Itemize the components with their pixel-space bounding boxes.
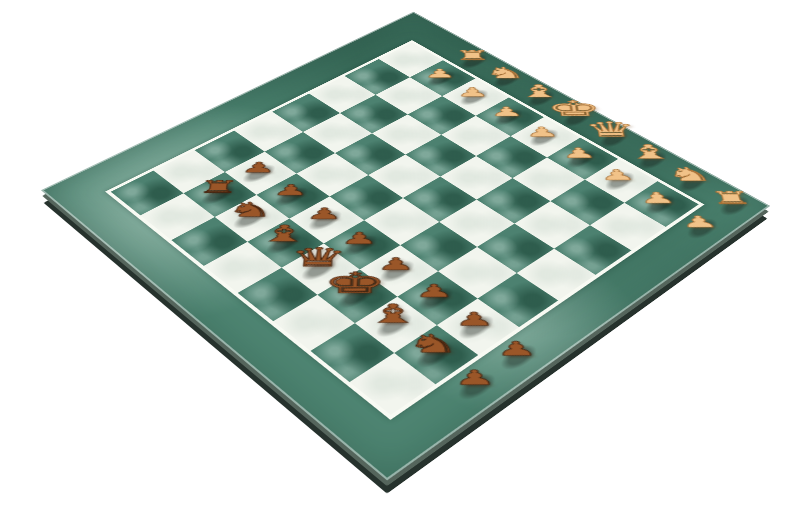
black-pawn-glyph: ♟ — [433, 352, 516, 387]
black-knight-glyph: ♞ — [393, 322, 473, 356]
chess-board: ♜♞♟♝♟♚♟♛♟♝♟♞♟♟♜♟♟♜♟♟♞♟♝♟♛♟♚♟♝♟♞♟ — [41, 12, 770, 481]
pieces-layer: ♜♞♟♝♟♚♟♛♟♝♟♞♟♟♜♟♟♜♟♟♞♟♝♟♛♟♚♟♝♟♞♟ — [181, 76, 628, 355]
board-frame: ♜♞♟♝♟♚♟♛♟♝♟♞♟♟♜♟♟♜♟♟♞♟♝♟♛♟♚♟♝♟♞♟ — [105, 40, 704, 420]
board-border: ♜♞♟♝♟♚♟♛♟♝♟♞♟♟♜♟♟♜♟♟♞♟♝♟♛♟♚♟♝♟♞♟ — [41, 12, 770, 481]
photo-stage: ♜♞♟♝♟♚♟♛♟♝♟♞♟♟♜♟♟♜♟♟♞♟♝♟♛♟♚♟♝♟♞♟ — [0, 0, 800, 523]
white-pawn-glyph: ♟ — [659, 202, 737, 229]
